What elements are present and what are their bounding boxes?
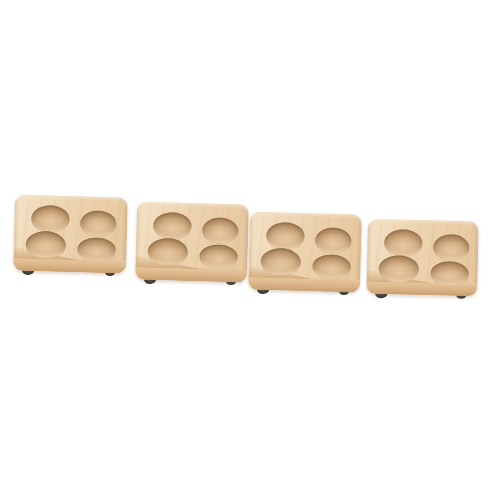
cup-pit-top-right xyxy=(433,234,470,261)
cup-pit-top-right xyxy=(315,227,352,254)
cup-pit-top-right xyxy=(202,217,239,244)
tray-3 xyxy=(248,212,362,293)
tray-body xyxy=(366,219,479,296)
tray-body xyxy=(135,202,249,283)
cup-pit-bottom-right xyxy=(199,244,238,269)
cup-pit-bottom-right xyxy=(77,237,116,262)
tray-body xyxy=(13,195,128,274)
tray-body xyxy=(248,212,362,293)
cup-pit-bottom-left xyxy=(378,255,419,283)
cup-pit-top-left xyxy=(31,205,70,233)
cup-pit-top-right xyxy=(80,210,117,237)
photo-stage xyxy=(0,0,500,500)
tray-2 xyxy=(135,202,249,283)
tray-4 xyxy=(366,219,479,296)
cup-pit-bottom-left xyxy=(25,231,66,259)
cup-pit-top-left xyxy=(384,229,423,257)
tray-1 xyxy=(13,195,128,274)
cup-pit-bottom-right xyxy=(312,254,351,279)
cup-pit-bottom-left xyxy=(260,248,301,276)
cup-pit-top-left xyxy=(266,222,305,250)
cup-pit-bottom-left xyxy=(147,238,188,266)
cup-pit-bottom-right xyxy=(430,261,468,286)
cup-pit-top-left xyxy=(153,212,192,240)
